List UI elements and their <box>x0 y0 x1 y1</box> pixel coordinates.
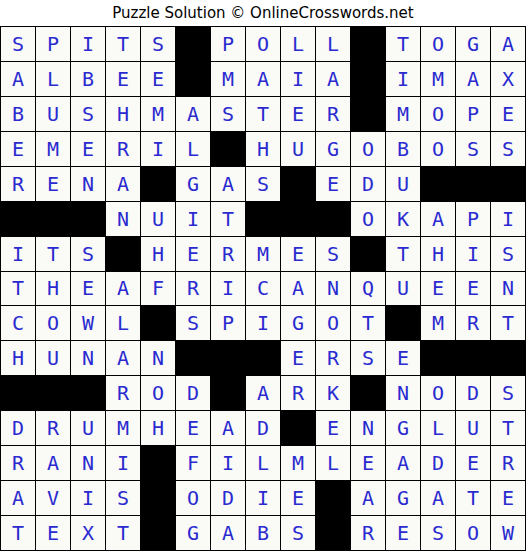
cell-r10c5: N <box>141 341 176 376</box>
cell-r8c15: N <box>491 272 526 307</box>
block-r15c5 <box>141 516 176 551</box>
cell-r12c8: D <box>246 411 281 446</box>
block-r7c11 <box>351 237 386 272</box>
cell-r14c12: G <box>386 481 421 516</box>
cell-r3c12: M <box>386 97 421 132</box>
cell-r2c10: A <box>316 62 351 97</box>
cell-r9c9: G <box>281 306 316 341</box>
block-r7c4 <box>106 237 141 272</box>
cell-r5c11: D <box>351 167 386 202</box>
cell-r13c1: R <box>1 446 36 481</box>
cell-r15c13: S <box>421 516 456 551</box>
block-r10c8 <box>246 341 281 376</box>
block-r11c2 <box>36 376 71 411</box>
cell-r8c4: A <box>106 272 141 307</box>
cell-r10c11: S <box>351 341 386 376</box>
cell-r3c14: P <box>456 97 491 132</box>
cell-r8c3: E <box>71 272 106 307</box>
cell-r12c11: N <box>351 411 386 446</box>
cell-r13c8: L <box>246 446 281 481</box>
cell-r7c13: H <box>421 237 456 272</box>
cell-r1c8: O <box>246 27 281 62</box>
cell-r15c14: O <box>456 516 491 551</box>
cell-r7c5: H <box>141 237 176 272</box>
cell-r6c6: I <box>176 202 211 237</box>
cell-r4c4: R <box>106 132 141 167</box>
block-r11c3 <box>71 376 106 411</box>
cell-r9c10: O <box>316 306 351 341</box>
cell-r2c15: X <box>491 62 526 97</box>
cell-r14c11: A <box>351 481 386 516</box>
cell-r13c4: I <box>106 446 141 481</box>
cell-r6c4: N <box>106 202 141 237</box>
cell-r2c5: E <box>141 62 176 97</box>
cell-r9c14: R <box>456 306 491 341</box>
cell-r3c6: A <box>176 97 211 132</box>
cell-r9c15: T <box>491 306 526 341</box>
cell-r5c7: A <box>211 167 246 202</box>
cell-r13c15: R <box>491 446 526 481</box>
cell-r7c12: T <box>386 237 421 272</box>
block-r10c7 <box>211 341 246 376</box>
cell-r12c4: M <box>106 411 141 446</box>
cell-r12c10: E <box>316 411 351 446</box>
cell-r6c11: O <box>351 202 386 237</box>
cell-r7c8: M <box>246 237 281 272</box>
block-r15c10 <box>316 516 351 551</box>
block-r3c11 <box>351 97 386 132</box>
block-r1c6 <box>176 27 211 62</box>
cell-r12c14: U <box>456 411 491 446</box>
cell-r8c7: I <box>211 272 246 307</box>
cell-r14c15: E <box>491 481 526 516</box>
cell-r15c8: B <box>246 516 281 551</box>
cell-r14c6: O <box>176 481 211 516</box>
block-r5c9 <box>281 167 316 202</box>
block-r6c10 <box>316 202 351 237</box>
cell-r15c9: S <box>281 516 316 551</box>
cell-r1c12: T <box>386 27 421 62</box>
cell-r1c2: P <box>36 27 71 62</box>
block-r6c1 <box>1 202 36 237</box>
cell-r15c11: R <box>351 516 386 551</box>
block-r10c15 <box>491 341 526 376</box>
cell-r2c13: M <box>421 62 456 97</box>
cell-r1c15: A <box>491 27 526 62</box>
block-r14c10 <box>316 481 351 516</box>
cell-r12c1: D <box>1 411 36 446</box>
cell-r1c3: I <box>71 27 106 62</box>
title-bar: Puzzle Solution © OnlineCrosswords.net <box>0 0 526 26</box>
cell-r8c9: A <box>281 272 316 307</box>
cell-r14c1: A <box>1 481 36 516</box>
cell-r2c14: A <box>456 62 491 97</box>
cell-r3c15: E <box>491 97 526 132</box>
cell-r4c10: G <box>316 132 351 167</box>
cell-r7c6: E <box>176 237 211 272</box>
cell-r1c13: O <box>421 27 456 62</box>
block-r9c5 <box>141 306 176 341</box>
cell-r6c13: A <box>421 202 456 237</box>
cell-r11c15: S <box>491 376 526 411</box>
cell-r3c9: E <box>281 97 316 132</box>
block-r2c11 <box>351 62 386 97</box>
cell-r5c3: N <box>71 167 106 202</box>
cell-r1c1: S <box>1 27 36 62</box>
cell-r7c2: T <box>36 237 71 272</box>
cell-r4c3: E <box>71 132 106 167</box>
cell-r13c9: M <box>281 446 316 481</box>
cell-r15c4: T <box>106 516 141 551</box>
cell-r5c8: S <box>246 167 281 202</box>
cell-r3c7: S <box>211 97 246 132</box>
cell-r2c3: B <box>71 62 106 97</box>
cell-r13c11: E <box>351 446 386 481</box>
cell-r6c12: K <box>386 202 421 237</box>
cell-r13c6: F <box>176 446 211 481</box>
cell-r5c12: U <box>386 167 421 202</box>
cell-r11c14: D <box>456 376 491 411</box>
cell-r4c13: O <box>421 132 456 167</box>
cell-r3c3: S <box>71 97 106 132</box>
cell-r9c1: C <box>1 306 36 341</box>
cell-r9c6: S <box>176 306 211 341</box>
cell-r10c10: R <box>316 341 351 376</box>
cell-r10c12: E <box>386 341 421 376</box>
cell-r12c7: A <box>211 411 246 446</box>
block-r5c14 <box>456 167 491 202</box>
cell-r14c4: S <box>106 481 141 516</box>
block-r6c9 <box>281 202 316 237</box>
cell-r6c15: I <box>491 202 526 237</box>
cell-r2c9: I <box>281 62 316 97</box>
cell-r4c6: L <box>176 132 211 167</box>
cell-r1c4: T <box>106 27 141 62</box>
cell-r12c5: H <box>141 411 176 446</box>
cell-r4c15: S <box>491 132 526 167</box>
block-r5c13 <box>421 167 456 202</box>
cell-r13c3: N <box>71 446 106 481</box>
cell-r7c7: R <box>211 237 246 272</box>
cell-r1c14: G <box>456 27 491 62</box>
cell-r2c8: A <box>246 62 281 97</box>
block-r1c11 <box>351 27 386 62</box>
cell-r2c4: E <box>106 62 141 97</box>
cell-r1c5: S <box>141 27 176 62</box>
cell-r7c14: I <box>456 237 491 272</box>
cell-r9c7: P <box>211 306 246 341</box>
cell-r8c8: C <box>246 272 281 307</box>
cell-r14c3: I <box>71 481 106 516</box>
cell-r4c12: B <box>386 132 421 167</box>
cell-r4c8: H <box>246 132 281 167</box>
block-r12c9 <box>281 411 316 446</box>
block-r6c8 <box>246 202 281 237</box>
cell-r3c13: O <box>421 97 456 132</box>
block-r5c5 <box>141 167 176 202</box>
cell-r7c9: E <box>281 237 316 272</box>
cell-r11c5: O <box>141 376 176 411</box>
cell-r1c9: L <box>281 27 316 62</box>
cell-r7c10: S <box>316 237 351 272</box>
cell-r14c13: A <box>421 481 456 516</box>
cell-r1c10: L <box>316 27 351 62</box>
cell-r5c10: E <box>316 167 351 202</box>
block-r11c7 <box>211 376 246 411</box>
cell-r3c4: H <box>106 97 141 132</box>
cell-r8c1: T <box>1 272 36 307</box>
cell-r8c2: H <box>36 272 71 307</box>
cell-r13c2: A <box>36 446 71 481</box>
cell-r15c1: T <box>1 516 36 551</box>
cell-r12c12: G <box>386 411 421 446</box>
block-r4c7 <box>211 132 246 167</box>
block-r11c11 <box>351 376 386 411</box>
cell-r14c8: I <box>246 481 281 516</box>
cell-r5c4: A <box>106 167 141 202</box>
cell-r5c2: E <box>36 167 71 202</box>
cell-r7c1: I <box>1 237 36 272</box>
cell-r8c13: E <box>421 272 456 307</box>
cell-r10c1: H <box>1 341 36 376</box>
block-r10c6 <box>176 341 211 376</box>
cell-r10c3: N <box>71 341 106 376</box>
cell-r4c14: S <box>456 132 491 167</box>
cell-r12c3: U <box>71 411 106 446</box>
cell-r5c6: G <box>176 167 211 202</box>
cell-r4c9: U <box>281 132 316 167</box>
cell-r15c7: A <box>211 516 246 551</box>
cell-r12c2: R <box>36 411 71 446</box>
cell-r9c8: I <box>246 306 281 341</box>
cell-r6c14: P <box>456 202 491 237</box>
cell-r10c2: U <box>36 341 71 376</box>
cell-r8c12: U <box>386 272 421 307</box>
cell-r2c7: M <box>211 62 246 97</box>
cell-r9c13: M <box>421 306 456 341</box>
cell-r12c6: E <box>176 411 211 446</box>
cell-r9c4: L <box>106 306 141 341</box>
cell-r3c1: B <box>1 97 36 132</box>
cell-r14c7: D <box>211 481 246 516</box>
cell-r8c10: N <box>316 272 351 307</box>
cell-r10c9: E <box>281 341 316 376</box>
block-r14c5 <box>141 481 176 516</box>
page-title: Puzzle Solution © OnlineCrosswords.net <box>112 4 413 22</box>
cell-r3c2: U <box>36 97 71 132</box>
cell-r13c10: L <box>316 446 351 481</box>
cell-r7c3: S <box>71 237 106 272</box>
cell-r4c5: I <box>141 132 176 167</box>
block-r11c1 <box>1 376 36 411</box>
cell-r13c7: I <box>211 446 246 481</box>
cell-r2c12: I <box>386 62 421 97</box>
cell-r6c7: T <box>211 202 246 237</box>
block-r9c12 <box>386 306 421 341</box>
cell-r8c5: F <box>141 272 176 307</box>
block-r2c6 <box>176 62 211 97</box>
cell-r12c13: L <box>421 411 456 446</box>
cell-r8c14: E <box>456 272 491 307</box>
cell-r2c1: A <box>1 62 36 97</box>
cell-r3c8: T <box>246 97 281 132</box>
cell-r4c11: O <box>351 132 386 167</box>
cell-r15c3: X <box>71 516 106 551</box>
cell-r9c3: W <box>71 306 106 341</box>
crossword-grid: SPITSPOLLTOGAALBEEMAIAIMAXBUSHMASTERMOPE… <box>0 26 526 551</box>
cell-r15c2: E <box>36 516 71 551</box>
cell-r11c13: O <box>421 376 456 411</box>
cell-r3c10: R <box>316 97 351 132</box>
cell-r1c7: P <box>211 27 246 62</box>
cell-r12c15: T <box>491 411 526 446</box>
cell-r4c2: M <box>36 132 71 167</box>
cell-r15c6: G <box>176 516 211 551</box>
cell-r10c4: A <box>106 341 141 376</box>
cell-r11c12: N <box>386 376 421 411</box>
cell-r3c5: M <box>141 97 176 132</box>
cell-r9c11: T <box>351 306 386 341</box>
block-r10c13 <box>421 341 456 376</box>
block-r6c3 <box>71 202 106 237</box>
block-r6c2 <box>36 202 71 237</box>
cell-r15c12: E <box>386 516 421 551</box>
block-r10c14 <box>456 341 491 376</box>
cell-r2c2: L <box>36 62 71 97</box>
cell-r8c6: R <box>176 272 211 307</box>
cell-r14c14: T <box>456 481 491 516</box>
cell-r6c5: U <box>141 202 176 237</box>
cell-r14c2: V <box>36 481 71 516</box>
cell-r15c15: W <box>491 516 526 551</box>
cell-r13c14: E <box>456 446 491 481</box>
cell-r11c9: R <box>281 376 316 411</box>
cell-r11c4: R <box>106 376 141 411</box>
block-r13c5 <box>141 446 176 481</box>
cell-r4c1: E <box>1 132 36 167</box>
cell-r8c11: Q <box>351 272 386 307</box>
cell-r7c15: S <box>491 237 526 272</box>
cell-r14c9: E <box>281 481 316 516</box>
cell-r13c13: D <box>421 446 456 481</box>
cell-r11c8: A <box>246 376 281 411</box>
cell-r11c10: K <box>316 376 351 411</box>
block-r5c15 <box>491 167 526 202</box>
cell-r13c12: A <box>386 446 421 481</box>
cell-r9c2: O <box>36 306 71 341</box>
cell-r11c6: D <box>176 376 211 411</box>
cell-r5c1: R <box>1 167 36 202</box>
